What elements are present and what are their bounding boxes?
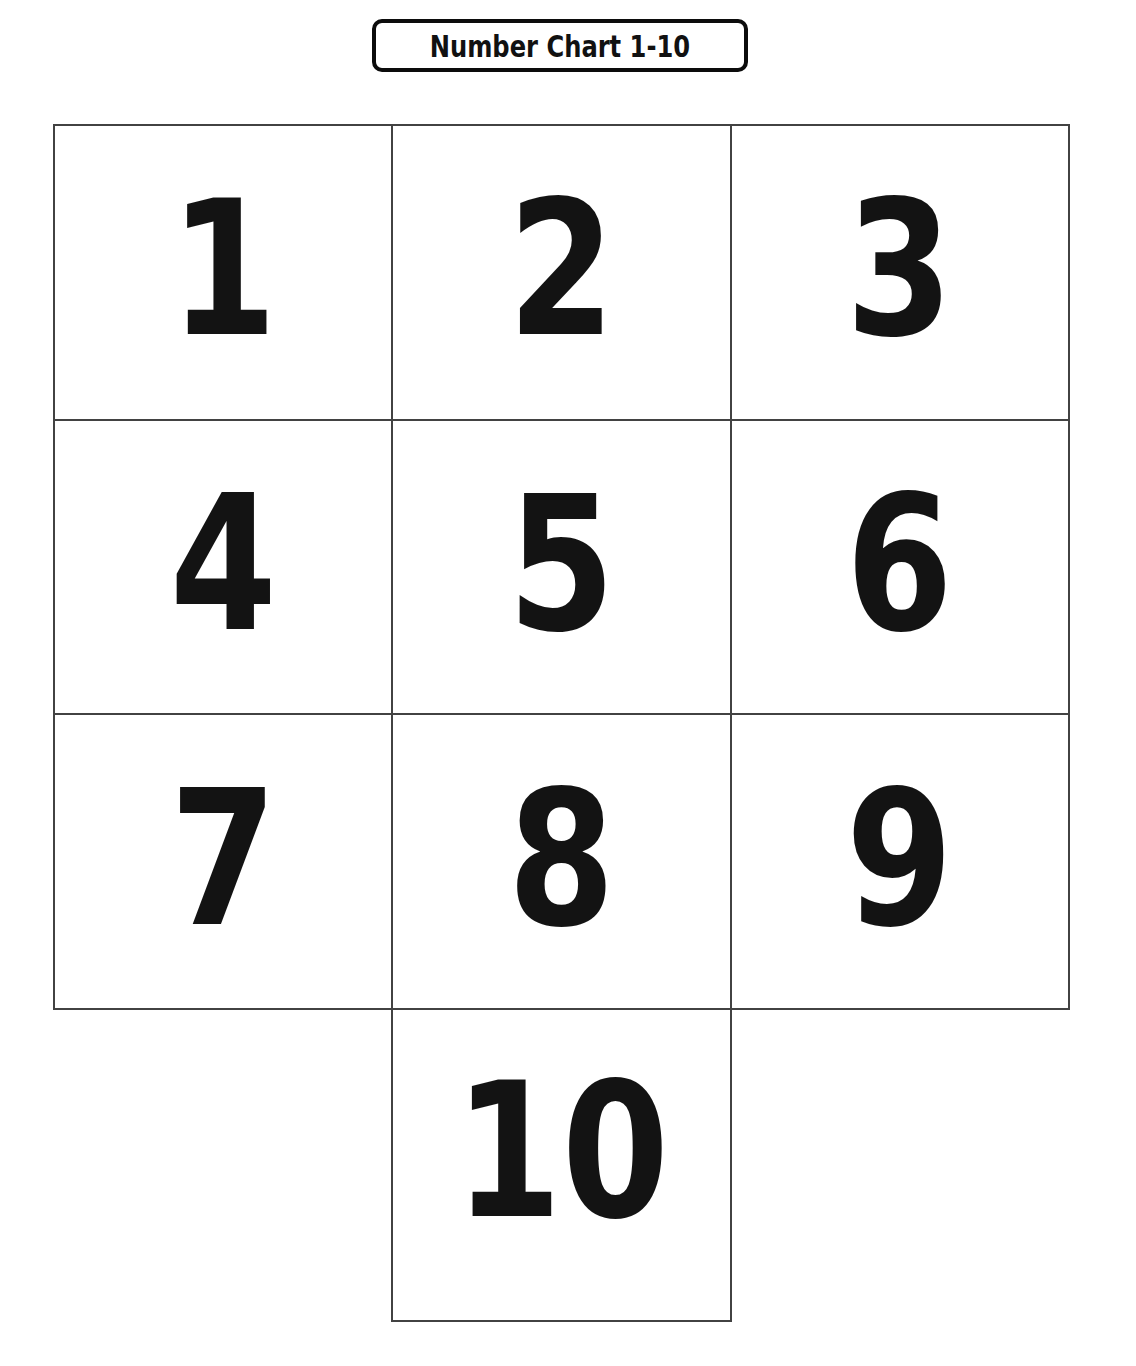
title-box: Number Chart 1-10 xyxy=(372,19,748,72)
number-cell-8: 8 xyxy=(393,715,729,1008)
cell-digit: 2 xyxy=(508,175,615,363)
number-cell-10: 10 xyxy=(391,1010,732,1322)
number-cell-6: 6 xyxy=(732,421,1068,714)
number-cell-1: 1 xyxy=(55,126,391,419)
cell-digit: 4 xyxy=(170,470,277,658)
cell-digit: 7 xyxy=(170,765,277,953)
number-cell-3: 3 xyxy=(732,126,1068,419)
cell-digit: 6 xyxy=(846,470,953,658)
cell-digit: 3 xyxy=(846,175,953,363)
number-cell-9: 9 xyxy=(732,715,1068,1008)
cell-digit: 5 xyxy=(508,470,615,658)
number-cell-5: 5 xyxy=(393,421,729,714)
page-title: Number Chart 1-10 xyxy=(430,28,690,64)
cell-digit: 8 xyxy=(508,765,615,953)
number-cell-7: 7 xyxy=(55,715,391,1008)
number-grid: 1 2 3 4 5 6 7 8 9 xyxy=(53,124,1070,1010)
cell-digit: 10 xyxy=(454,1057,669,1245)
cell-digit: 1 xyxy=(170,175,277,363)
number-cell-4: 4 xyxy=(55,421,391,714)
number-cell-2: 2 xyxy=(393,126,729,419)
cell-digit: 9 xyxy=(846,765,953,953)
